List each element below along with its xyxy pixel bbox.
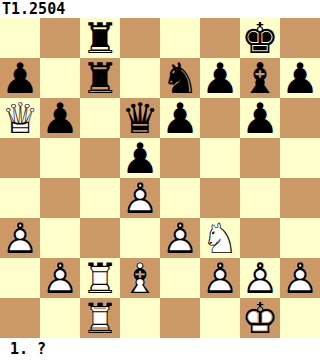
move-prompt: 1. ?: [0, 338, 320, 360]
white-knight-fill: ♞: [200, 218, 240, 258]
square-g4[interactable]: [240, 178, 280, 218]
square-h4[interactable]: [280, 178, 320, 218]
square-c2[interactable]: ♜♖: [80, 258, 120, 298]
square-f4[interactable]: [200, 178, 240, 218]
white-rook: ♖: [80, 258, 120, 298]
black-pawn: ♟: [160, 98, 200, 138]
square-d8[interactable]: [120, 18, 160, 58]
white-queen: ♕: [0, 98, 40, 138]
square-a1[interactable]: [0, 298, 40, 338]
square-c5[interactable]: [80, 138, 120, 178]
white-bishop: ♗: [120, 258, 160, 298]
black-pawn: ♟: [240, 98, 280, 138]
square-h3[interactable]: [280, 218, 320, 258]
square-c3[interactable]: [80, 218, 120, 258]
black-king: ♚: [240, 18, 280, 58]
square-b8[interactable]: [40, 18, 80, 58]
square-e8[interactable]: [160, 18, 200, 58]
black-pawn: ♟: [0, 58, 40, 98]
black-queen: ♛: [120, 98, 160, 138]
square-c8[interactable]: ♜: [80, 18, 120, 58]
square-a2[interactable]: [0, 258, 40, 298]
chess-board: ♜♚♟♜♞♟♝♟♛♕♟♛♟♟♟♟♙♟♙♟♙♞♘♟♙♜♖♝♗♟♙♟♙♟♙♜♖♚♔: [0, 18, 320, 338]
square-e3[interactable]: ♟♙: [160, 218, 200, 258]
square-e6[interactable]: ♟: [160, 98, 200, 138]
black-pawn: ♟: [200, 58, 240, 98]
square-a8[interactable]: [0, 18, 40, 58]
square-b4[interactable]: [40, 178, 80, 218]
square-e5[interactable]: [160, 138, 200, 178]
square-d1[interactable]: [120, 298, 160, 338]
square-a6[interactable]: ♛♕: [0, 98, 40, 138]
white-pawn: ♙: [120, 178, 160, 218]
square-g5[interactable]: [240, 138, 280, 178]
white-pawn: ♙: [40, 258, 80, 298]
square-h6[interactable]: [280, 98, 320, 138]
square-a5[interactable]: [0, 138, 40, 178]
white-queen-fill: ♛: [0, 98, 40, 138]
square-f3[interactable]: ♞♘: [200, 218, 240, 258]
white-pawn: ♙: [160, 218, 200, 258]
white-knight: ♘: [200, 218, 240, 258]
square-c1[interactable]: ♜♖: [80, 298, 120, 338]
square-e2[interactable]: [160, 258, 200, 298]
white-pawn-fill: ♟: [280, 258, 320, 298]
square-h7[interactable]: ♟: [280, 58, 320, 98]
square-h1[interactable]: [280, 298, 320, 338]
square-b1[interactable]: [40, 298, 80, 338]
white-pawn: ♙: [240, 258, 280, 298]
black-pawn: ♟: [120, 138, 160, 178]
square-e1[interactable]: [160, 298, 200, 338]
square-g3[interactable]: [240, 218, 280, 258]
white-rook-fill: ♜: [80, 258, 120, 298]
white-king-fill: ♚: [240, 298, 280, 338]
black-rook: ♜: [80, 58, 120, 98]
white-pawn-fill: ♟: [0, 218, 40, 258]
square-f5[interactable]: [200, 138, 240, 178]
square-b2[interactable]: ♟♙: [40, 258, 80, 298]
white-pawn: ♙: [200, 258, 240, 298]
square-b5[interactable]: [40, 138, 80, 178]
square-e7[interactable]: ♞: [160, 58, 200, 98]
white-pawn: ♙: [0, 218, 40, 258]
square-a4[interactable]: [0, 178, 40, 218]
square-f1[interactable]: [200, 298, 240, 338]
white-pawn-fill: ♟: [120, 178, 160, 218]
black-pawn: ♟: [280, 58, 320, 98]
square-h5[interactable]: [280, 138, 320, 178]
square-d6[interactable]: ♛: [120, 98, 160, 138]
square-b7[interactable]: [40, 58, 80, 98]
square-h2[interactable]: ♟♙: [280, 258, 320, 298]
square-d4[interactable]: ♟♙: [120, 178, 160, 218]
chess-app: T1.2504 ♜♚♟♜♞♟♝♟♛♕♟♛♟♟♟♟♙♟♙♟♙♞♘♟♙♜♖♝♗♟♙♟…: [0, 0, 320, 360]
square-g2[interactable]: ♟♙: [240, 258, 280, 298]
square-e4[interactable]: [160, 178, 200, 218]
square-g7[interactable]: ♝: [240, 58, 280, 98]
square-d3[interactable]: [120, 218, 160, 258]
black-bishop: ♝: [240, 58, 280, 98]
white-pawn: ♙: [280, 258, 320, 298]
square-g8[interactable]: ♚: [240, 18, 280, 58]
square-c7[interactable]: ♜: [80, 58, 120, 98]
white-rook-fill: ♜: [80, 298, 120, 338]
white-pawn-fill: ♟: [240, 258, 280, 298]
page-title: T1.2504: [0, 0, 320, 18]
square-d2[interactable]: ♝♗: [120, 258, 160, 298]
white-pawn-fill: ♟: [160, 218, 200, 258]
square-f7[interactable]: ♟: [200, 58, 240, 98]
square-a3[interactable]: ♟♙: [0, 218, 40, 258]
square-h8[interactable]: [280, 18, 320, 58]
black-pawn: ♟: [40, 98, 80, 138]
square-f8[interactable]: [200, 18, 240, 58]
black-rook: ♜: [80, 18, 120, 58]
square-f6[interactable]: [200, 98, 240, 138]
square-f2[interactable]: ♟♙: [200, 258, 240, 298]
square-d7[interactable]: [120, 58, 160, 98]
square-g6[interactable]: ♟: [240, 98, 280, 138]
square-c6[interactable]: [80, 98, 120, 138]
square-c4[interactable]: [80, 178, 120, 218]
white-pawn-fill: ♟: [200, 258, 240, 298]
square-b3[interactable]: [40, 218, 80, 258]
white-king: ♔: [240, 298, 280, 338]
black-knight: ♞: [160, 58, 200, 98]
white-bishop-fill: ♝: [120, 258, 160, 298]
white-rook: ♖: [80, 298, 120, 338]
square-g1[interactable]: ♚♔: [240, 298, 280, 338]
square-b6[interactable]: ♟: [40, 98, 80, 138]
white-pawn-fill: ♟: [40, 258, 80, 298]
square-a7[interactable]: ♟: [0, 58, 40, 98]
square-d5[interactable]: ♟: [120, 138, 160, 178]
